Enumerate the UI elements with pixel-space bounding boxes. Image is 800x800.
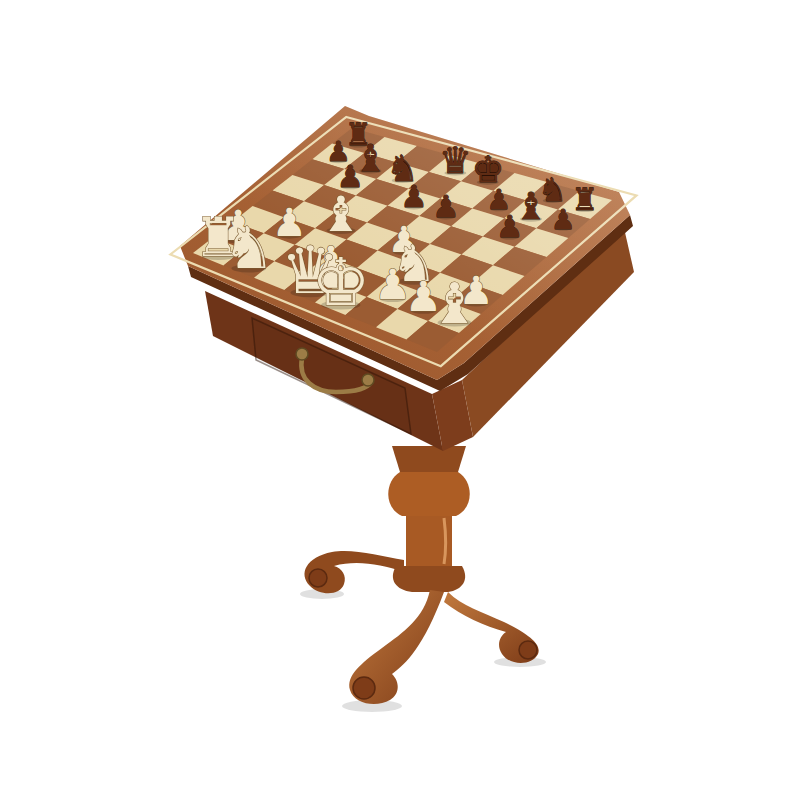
piece-black-pawn-g6: ♟ (496, 209, 523, 244)
piece-white-bishop-h2: ♝ (429, 271, 479, 336)
piece-black-pawn-e6: ♟ (432, 189, 459, 224)
front-claw-foot (353, 677, 375, 699)
pedestal-highlight (444, 518, 446, 564)
pedestal-cap (392, 446, 466, 472)
drawer-handle-right-mount (362, 374, 374, 386)
pedestal-column (388, 446, 470, 592)
left-claw-foot (309, 569, 327, 587)
piece-black-pawn-d6: ♟ (400, 179, 427, 214)
piece-black-pawn-h7: ♟ (551, 203, 576, 236)
pedestal-base (393, 566, 465, 592)
chess-table-product-photo: ♜♟♝♛♞♚♟♞♟♟♜♟♝♟♝♟♟♟♟♜♞♟♞♛♟♟♚♟♝ (0, 0, 800, 800)
drawer-handle-left-mount (296, 348, 308, 360)
piece-white-knight-b1: ♞ (223, 214, 275, 282)
piece-black-queen-d8: ♛ (439, 139, 472, 182)
pedestal-bulb (388, 472, 470, 516)
right-claw-foot (519, 641, 537, 659)
chess-table-scene: ♜♟♝♛♞♚♟♞♟♟♜♟♝♟♝♟♟♟♟♜♞♟♞♛♟♟♚♟♝ (0, 0, 800, 800)
piece-white-king-e1: ♚ (311, 244, 370, 320)
